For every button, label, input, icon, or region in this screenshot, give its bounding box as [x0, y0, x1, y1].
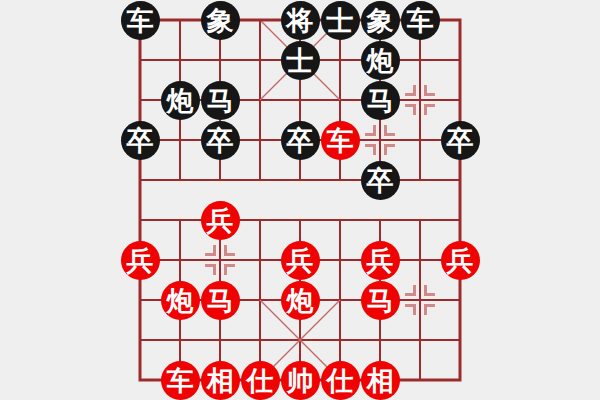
intersection-r7c2[interactable]: 马: [200, 280, 240, 320]
intersection-r7c5[interactable]: [320, 280, 360, 320]
intersection-r6c8[interactable]: 兵: [440, 240, 480, 280]
intersection-r5c2[interactable]: 兵: [200, 200, 240, 240]
intersection-r2c7[interactable]: [400, 80, 440, 120]
intersection-r8c5[interactable]: [320, 320, 360, 360]
piece-black-soldier[interactable]: 卒: [281, 121, 320, 160]
intersection-r2c4[interactable]: [280, 80, 320, 120]
piece-black-elephant[interactable]: 象: [361, 1, 400, 40]
intersection-r1c5[interactable]: [320, 40, 360, 80]
piece-red-advisor[interactable]: 仕: [321, 361, 360, 400]
intersection-r7c0[interactable]: [120, 280, 160, 320]
intersection-r8c8[interactable]: [440, 320, 480, 360]
marker-corner: [205, 264, 216, 275]
intersection-r3c4[interactable]: 卒: [280, 120, 320, 160]
piece-red-horse[interactable]: 马: [361, 281, 400, 320]
piece-black-advisor[interactable]: 士: [321, 1, 360, 40]
intersection-r9c4[interactable]: 帅: [280, 360, 320, 400]
intersection-r0c0[interactable]: 车: [120, 0, 160, 40]
intersection-r7c1[interactable]: 炮: [160, 280, 200, 320]
piece-black-cannon[interactable]: 炮: [361, 41, 400, 80]
intersection-r3c5[interactable]: 车: [320, 120, 360, 160]
marker-corner: [365, 125, 376, 136]
intersection-r7c8[interactable]: [440, 280, 480, 320]
piece-red-soldier[interactable]: 兵: [121, 241, 160, 280]
piece-black-horse[interactable]: 马: [201, 81, 240, 120]
intersection-r0c7[interactable]: 车: [400, 0, 440, 40]
intersection-r5c0[interactable]: [120, 200, 160, 240]
marker-corner: [384, 125, 395, 136]
intersection-r4c2[interactable]: [200, 160, 240, 200]
intersection-r1c0[interactable]: [120, 40, 160, 80]
marker-corner: [224, 245, 235, 256]
piece-red-cannon[interactable]: 炮: [281, 281, 320, 320]
intersection-r9c3[interactable]: 仕: [240, 360, 280, 400]
intersection-r8c6[interactable]: [360, 320, 400, 360]
marker-corner: [365, 144, 376, 155]
marker-corner: [384, 144, 395, 155]
intersection-r3c3[interactable]: [240, 120, 280, 160]
intersection-r3c7[interactable]: [400, 120, 440, 160]
piece-black-soldier[interactable]: 卒: [441, 121, 480, 160]
intersection-r2c5[interactable]: [320, 80, 360, 120]
intersection-r9c7[interactable]: [400, 360, 440, 400]
intersection-r3c6[interactable]: [360, 120, 400, 160]
intersection-r1c7[interactable]: [400, 40, 440, 80]
intersection-r7c3[interactable]: [240, 280, 280, 320]
intersection-r2c6[interactable]: 马: [360, 80, 400, 120]
piece-black-soldier[interactable]: 卒: [201, 121, 240, 160]
piece-black-chariot[interactable]: 车: [121, 1, 160, 40]
intersection-r9c1[interactable]: 车: [160, 360, 200, 400]
last-move-marker: [365, 125, 395, 155]
intersection-r4c4[interactable]: [280, 160, 320, 200]
intersection-r3c2[interactable]: 卒: [200, 120, 240, 160]
piece-black-cannon[interactable]: 炮: [161, 81, 200, 120]
marker-corner: [424, 85, 435, 96]
last-move-marker: [405, 285, 435, 315]
intersection-r7c4[interactable]: 炮: [280, 280, 320, 320]
marker-corner: [424, 104, 435, 115]
intersection-r1c8[interactable]: [440, 40, 480, 80]
intersection-r4c1[interactable]: [160, 160, 200, 200]
piece-red-elephant[interactable]: 相: [361, 361, 400, 400]
intersection-r8c4[interactable]: [280, 320, 320, 360]
intersection-r2c0[interactable]: [120, 80, 160, 120]
intersection-r6c3[interactable]: [240, 240, 280, 280]
last-move-marker: [405, 85, 435, 115]
intersection-r0c5[interactable]: 士: [320, 0, 360, 40]
piece-black-soldier[interactable]: 卒: [121, 121, 160, 160]
intersection-r6c4[interactable]: 兵: [280, 240, 320, 280]
intersection-r2c1[interactable]: 炮: [160, 80, 200, 120]
intersection-r5c3[interactable]: [240, 200, 280, 240]
intersection-r5c7[interactable]: [400, 200, 440, 240]
intersection-r2c2[interactable]: 马: [200, 80, 240, 120]
piece-red-horse[interactable]: 马: [201, 281, 240, 320]
marker-corner: [224, 264, 235, 275]
piece-black-horse[interactable]: 马: [361, 81, 400, 120]
piece-red-elephant[interactable]: 相: [201, 361, 240, 400]
marker-corner: [405, 304, 416, 315]
intersection-r8c1[interactable]: [160, 320, 200, 360]
intersection-r9c8[interactable]: [440, 360, 480, 400]
piece-red-soldier[interactable]: 兵: [201, 201, 240, 240]
intersection-r4c5[interactable]: [320, 160, 360, 200]
intersection-r1c1[interactable]: [160, 40, 200, 80]
intersection-r2c3[interactable]: [240, 80, 280, 120]
intersection-r8c3[interactable]: [240, 320, 280, 360]
piece-red-soldier[interactable]: 兵: [281, 241, 320, 280]
marker-corner: [405, 104, 416, 115]
intersection-r0c8[interactable]: [440, 0, 480, 40]
piece-red-soldier[interactable]: 兵: [441, 241, 480, 280]
intersection-r9c2[interactable]: 相: [200, 360, 240, 400]
intersection-r4c6[interactable]: 卒: [360, 160, 400, 200]
intersection-r1c3[interactable]: [240, 40, 280, 80]
intersection-r7c7[interactable]: [400, 280, 440, 320]
xiangqi-board: 车象将士象车士炮炮马马卒卒卒车卒卒兵兵兵兵兵炮马炮马车相仕帅仕相: [0, 0, 600, 400]
intersection-r8c7[interactable]: [400, 320, 440, 360]
intersection-r0c2[interactable]: 象: [200, 0, 240, 40]
intersection-r4c7[interactable]: [400, 160, 440, 200]
intersection-r9c5[interactable]: 仕: [320, 360, 360, 400]
board-intersections: 车象将士象车士炮炮马马卒卒卒车卒卒兵兵兵兵兵炮马炮马车相仕帅仕相: [120, 0, 480, 400]
intersection-r4c8[interactable]: [440, 160, 480, 200]
piece-red-chariot[interactable]: 车: [321, 121, 360, 160]
intersection-r0c3[interactable]: [240, 0, 280, 40]
intersection-r3c1[interactable]: [160, 120, 200, 160]
intersection-r6c1[interactable]: [160, 240, 200, 280]
intersection-r3c0[interactable]: 卒: [120, 120, 160, 160]
intersection-r1c6[interactable]: 炮: [360, 40, 400, 80]
piece-black-elephant[interactable]: 象: [201, 1, 240, 40]
intersection-r5c5[interactable]: [320, 200, 360, 240]
piece-red-general[interactable]: 帅: [281, 361, 320, 400]
last-move-marker: [205, 245, 235, 275]
intersection-r7c6[interactable]: 马: [360, 280, 400, 320]
intersection-r8c0[interactable]: [120, 320, 160, 360]
marker-corner: [405, 285, 416, 296]
marker-corner: [205, 245, 216, 256]
intersection-r0c6[interactable]: 象: [360, 0, 400, 40]
intersection-r1c2[interactable]: [200, 40, 240, 80]
intersection-r0c4[interactable]: 将: [280, 0, 320, 40]
marker-corner: [424, 304, 435, 315]
piece-black-advisor[interactable]: 士: [281, 41, 320, 80]
intersection-r4c0[interactable]: [120, 160, 160, 200]
intersection-r6c0[interactable]: 兵: [120, 240, 160, 280]
intersection-r9c0[interactable]: [120, 360, 160, 400]
marker-corner: [424, 285, 435, 296]
intersection-r8c2[interactable]: [200, 320, 240, 360]
intersection-r1c4[interactable]: 士: [280, 40, 320, 80]
marker-corner: [405, 85, 416, 96]
intersection-r3c8[interactable]: 卒: [440, 120, 480, 160]
intersection-r9c6[interactable]: 相: [360, 360, 400, 400]
intersection-r6c7[interactable]: [400, 240, 440, 280]
intersection-r6c2[interactable]: [200, 240, 240, 280]
piece-red-chariot[interactable]: 车: [161, 361, 200, 400]
piece-red-advisor[interactable]: 仕: [241, 361, 280, 400]
piece-black-general[interactable]: 将: [281, 1, 320, 40]
intersection-r5c4[interactable]: [280, 200, 320, 240]
piece-black-chariot[interactable]: 车: [401, 1, 440, 40]
piece-red-soldier[interactable]: 兵: [361, 241, 400, 280]
intersection-r0c1[interactable]: [160, 0, 200, 40]
intersection-r4c3[interactable]: [240, 160, 280, 200]
intersection-r5c8[interactable]: [440, 200, 480, 240]
intersection-r6c6[interactable]: 兵: [360, 240, 400, 280]
intersection-r5c6[interactable]: [360, 200, 400, 240]
intersection-r2c8[interactable]: [440, 80, 480, 120]
piece-black-soldier[interactable]: 卒: [361, 161, 400, 200]
intersection-r6c5[interactable]: [320, 240, 360, 280]
intersection-r5c1[interactable]: [160, 200, 200, 240]
piece-red-cannon[interactable]: 炮: [161, 281, 200, 320]
